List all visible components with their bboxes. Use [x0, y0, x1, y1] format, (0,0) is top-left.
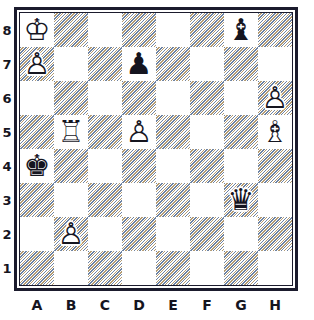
square-f5[interactable] — [190, 115, 224, 149]
square-e2[interactable] — [156, 217, 190, 251]
file-label-a: A — [20, 297, 54, 313]
file-label-e: E — [156, 297, 190, 313]
square-c1[interactable] — [88, 251, 122, 285]
rank-label-4: 4 — [0, 149, 14, 183]
square-h3[interactable] — [258, 183, 292, 217]
square-d5[interactable]: ♟♙ — [122, 115, 156, 149]
piece-white-pawn: ♟♙ — [20, 47, 54, 81]
square-c8[interactable] — [88, 13, 122, 47]
square-e4[interactable] — [156, 149, 190, 183]
piece-black-king: ♚♚ — [20, 149, 54, 183]
piece-glyph: ♔ — [20, 13, 54, 47]
piece-glyph: ♙ — [20, 47, 54, 81]
piece-white-pawn: ♟♙ — [122, 115, 156, 149]
square-h8[interactable] — [258, 13, 292, 47]
square-a3[interactable] — [20, 183, 54, 217]
square-g4[interactable] — [224, 149, 258, 183]
piece-black-queen: ♛♛ — [224, 183, 258, 217]
rank-label-7: 7 — [0, 47, 14, 81]
square-d8[interactable] — [122, 13, 156, 47]
square-g7[interactable] — [224, 47, 258, 81]
square-b1[interactable] — [54, 251, 88, 285]
square-c3[interactable] — [88, 183, 122, 217]
piece-white-king: ♚♔ — [20, 13, 54, 47]
square-f7[interactable] — [190, 47, 224, 81]
square-g5[interactable] — [224, 115, 258, 149]
square-e3[interactable] — [156, 183, 190, 217]
square-g6[interactable] — [224, 81, 258, 115]
file-label-c: C — [88, 297, 122, 313]
square-b7[interactable] — [54, 47, 88, 81]
piece-glyph: ♗ — [258, 115, 292, 149]
square-h6[interactable]: ♟♙ — [258, 81, 292, 115]
piece-white-pawn: ♟♙ — [258, 81, 292, 115]
square-g2[interactable] — [224, 217, 258, 251]
file-labels: ABCDEFGH — [14, 297, 298, 313]
square-c6[interactable] — [88, 81, 122, 115]
square-b2[interactable]: ♟♙ — [54, 217, 88, 251]
piece-white-pawn: ♟♙ — [54, 217, 88, 251]
square-c5[interactable] — [88, 115, 122, 149]
square-a6[interactable] — [20, 81, 54, 115]
square-a1[interactable] — [20, 251, 54, 285]
square-h5[interactable]: ♝♗ — [258, 115, 292, 149]
rank-labels: 87654321 — [0, 7, 14, 285]
square-h2[interactable] — [258, 217, 292, 251]
square-c2[interactable] — [88, 217, 122, 251]
square-f1[interactable] — [190, 251, 224, 285]
square-a5[interactable] — [20, 115, 54, 149]
square-g8[interactable]: ♝♝ — [224, 13, 258, 47]
square-b3[interactable] — [54, 183, 88, 217]
square-d4[interactable] — [122, 149, 156, 183]
square-g3[interactable]: ♛♛ — [224, 183, 258, 217]
square-d6[interactable] — [122, 81, 156, 115]
rank-label-5: 5 — [0, 115, 14, 149]
file-label-b: B — [54, 297, 88, 313]
square-f3[interactable] — [190, 183, 224, 217]
square-d1[interactable] — [122, 251, 156, 285]
square-f4[interactable] — [190, 149, 224, 183]
square-d7[interactable]: ♟♟ — [122, 47, 156, 81]
rank-label-1: 1 — [0, 251, 14, 285]
square-d2[interactable] — [122, 217, 156, 251]
piece-black-pawn: ♟♟ — [122, 47, 156, 81]
square-e5[interactable] — [156, 115, 190, 149]
board-area: ♚♔♝♝♟♙♟♟♟♙♜♖♟♙♝♗♚♚♛♛♟♙ ABCDEFGH — [14, 7, 298, 313]
file-label-g: G — [224, 297, 258, 313]
square-a4[interactable]: ♚♚ — [20, 149, 54, 183]
square-e6[interactable] — [156, 81, 190, 115]
piece-glyph: ♙ — [258, 81, 292, 115]
piece-glyph: ♚ — [20, 149, 54, 183]
square-f2[interactable] — [190, 217, 224, 251]
rank-label-3: 3 — [0, 183, 14, 217]
piece-glyph: ♙ — [122, 115, 156, 149]
square-h4[interactable] — [258, 149, 292, 183]
square-a8[interactable]: ♚♔ — [20, 13, 54, 47]
square-h7[interactable] — [258, 47, 292, 81]
board-frame: ♚♔♝♝♟♙♟♟♟♙♜♖♟♙♝♗♚♚♛♛♟♙ — [14, 7, 298, 291]
square-b8[interactable] — [54, 13, 88, 47]
square-c7[interactable] — [88, 47, 122, 81]
square-a2[interactable] — [20, 217, 54, 251]
rank-label-6: 6 — [0, 81, 14, 115]
square-f8[interactable] — [190, 13, 224, 47]
file-label-d: D — [122, 297, 156, 313]
rank-label-2: 2 — [0, 217, 14, 251]
square-c4[interactable] — [88, 149, 122, 183]
piece-black-bishop: ♝♝ — [224, 13, 258, 47]
square-b5[interactable]: ♜♖ — [54, 115, 88, 149]
piece-glyph: ♟ — [122, 47, 156, 81]
square-g1[interactable] — [224, 251, 258, 285]
rank-label-8: 8 — [0, 13, 14, 47]
square-h1[interactable] — [258, 251, 292, 285]
piece-glyph: ♛ — [224, 183, 258, 217]
square-f6[interactable] — [190, 81, 224, 115]
square-d3[interactable] — [122, 183, 156, 217]
file-label-f: F — [190, 297, 224, 313]
board-inner-border: ♚♔♝♝♟♙♟♟♟♙♜♖♟♙♝♗♚♚♛♛♟♙ — [19, 12, 293, 286]
square-e8[interactable] — [156, 13, 190, 47]
piece-glyph: ♙ — [54, 217, 88, 251]
piece-white-rook: ♜♖ — [54, 115, 88, 149]
square-b4[interactable] — [54, 149, 88, 183]
file-label-h: H — [258, 297, 292, 313]
square-e7[interactable] — [156, 47, 190, 81]
chess-board: ♚♔♝♝♟♙♟♟♟♙♜♖♟♙♝♗♚♚♛♛♟♙ — [20, 13, 292, 285]
square-e1[interactable] — [156, 251, 190, 285]
piece-white-bishop: ♝♗ — [258, 115, 292, 149]
piece-glyph: ♝ — [224, 13, 258, 47]
piece-glyph: ♖ — [54, 115, 88, 149]
square-a7[interactable]: ♟♙ — [20, 47, 54, 81]
square-b6[interactable] — [54, 81, 88, 115]
chess-diagram: 87654321 ♚♔♝♝♟♙♟♟♟♙♜♖♟♙♝♗♚♚♛♛♟♙ ABCDEFGH — [0, 0, 314, 320]
